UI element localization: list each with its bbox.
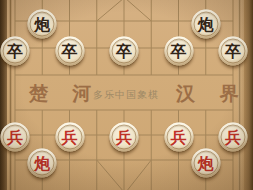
piece-red-soldier[interactable]: 兵 bbox=[110, 123, 139, 152]
piece-glyph: 炮 bbox=[28, 10, 57, 39]
piece-glyph: 炮 bbox=[28, 149, 57, 178]
piece-red-soldier[interactable]: 兵 bbox=[55, 123, 84, 152]
piece-red-soldier[interactable]: 兵 bbox=[164, 123, 193, 152]
app-watermark: 多乐中国象棋 bbox=[93, 88, 159, 102]
piece-glyph: 卒 bbox=[219, 37, 248, 66]
piece-glyph: 兵 bbox=[1, 123, 30, 152]
piece-red-soldier[interactable]: 兵 bbox=[1, 123, 30, 152]
piece-red-soldier[interactable]: 兵 bbox=[219, 123, 248, 152]
piece-black-soldier[interactable]: 卒 bbox=[110, 37, 139, 66]
piece-glyph: 兵 bbox=[110, 123, 139, 152]
piece-glyph: 卒 bbox=[164, 37, 193, 66]
piece-red-cannon[interactable]: 炮 bbox=[191, 149, 220, 178]
board-frame-left bbox=[0, 0, 7, 190]
piece-glyph: 卒 bbox=[110, 37, 139, 66]
river-label-han-jie: 汉 界 bbox=[176, 80, 248, 106]
piece-red-cannon[interactable]: 炮 bbox=[28, 149, 57, 178]
piece-glyph: 炮 bbox=[191, 10, 220, 39]
piece-glyph: 卒 bbox=[55, 37, 84, 66]
piece-black-soldier[interactable]: 卒 bbox=[219, 37, 248, 66]
piece-glyph: 炮 bbox=[191, 149, 220, 178]
river-label-chu-he: 楚 河 bbox=[29, 80, 101, 106]
piece-glyph: 兵 bbox=[55, 123, 84, 152]
piece-black-soldier[interactable]: 卒 bbox=[164, 37, 193, 66]
piece-glyph: 兵 bbox=[164, 123, 193, 152]
piece-black-soldier[interactable]: 卒 bbox=[55, 37, 84, 66]
piece-black-soldier[interactable]: 卒 bbox=[1, 37, 30, 66]
piece-glyph: 卒 bbox=[1, 37, 30, 66]
piece-black-cannon[interactable]: 炮 bbox=[28, 10, 57, 39]
xiangqi-board: 楚 河 多乐中国象棋 汉 界 炮炮卒卒卒卒卒兵兵兵兵兵炮炮 bbox=[0, 0, 253, 190]
piece-black-cannon[interactable]: 炮 bbox=[191, 10, 220, 39]
piece-glyph: 兵 bbox=[219, 123, 248, 152]
